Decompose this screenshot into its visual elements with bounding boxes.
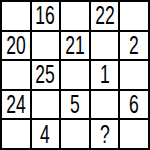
number-cell: 6 <box>120 91 148 119</box>
number-cell: 5 <box>61 91 89 119</box>
empty-cell <box>61 120 89 148</box>
number-cell: 4 <box>32 120 60 148</box>
empty-cell <box>2 61 30 89</box>
cell-value: 24 <box>6 92 25 117</box>
empty-cell <box>61 61 89 89</box>
empty-cell <box>91 32 119 60</box>
empty-cell <box>91 91 119 119</box>
number-cell: 2 <box>120 32 148 60</box>
empty-cell <box>2 2 30 30</box>
cell-value: 2 <box>129 33 139 58</box>
number-cell: 20 <box>2 32 30 60</box>
cell-value: 4 <box>41 122 51 147</box>
cell-value: 5 <box>70 92 80 117</box>
number-cell: 21 <box>61 32 89 60</box>
cell-value: 16 <box>36 3 55 28</box>
empty-cell <box>32 91 60 119</box>
number-cell: 1 <box>91 61 119 89</box>
missing-number-cell: ? <box>91 120 119 148</box>
empty-cell <box>32 32 60 60</box>
cell-value: ? <box>100 122 110 147</box>
number-cell: 16 <box>32 2 60 30</box>
empty-cell <box>120 120 148 148</box>
cell-value: 22 <box>95 3 114 28</box>
puzzle-board: 16222021225124564? <box>0 0 150 150</box>
cell-value: 20 <box>6 33 25 58</box>
cell-value: 6 <box>129 92 139 117</box>
cell-value: 25 <box>36 62 55 87</box>
number-cell: 22 <box>91 2 119 30</box>
empty-cell <box>61 2 89 30</box>
empty-cell <box>2 120 30 148</box>
empty-cell <box>120 2 148 30</box>
cell-value: 21 <box>65 33 84 58</box>
number-cell: 24 <box>2 91 30 119</box>
empty-cell <box>120 61 148 89</box>
cell-value: 1 <box>100 62 110 87</box>
number-cell: 25 <box>32 61 60 89</box>
